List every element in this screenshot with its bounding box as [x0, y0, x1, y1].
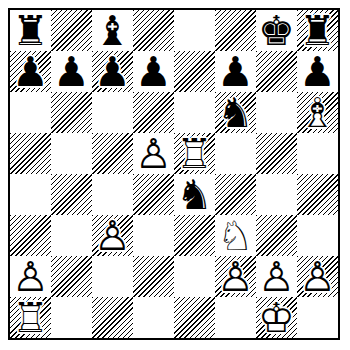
piece-fill-layer: ♝: [297, 93, 338, 134]
piece-fill-layer: ♜: [10, 298, 51, 339]
square-g4[interactable]: [256, 174, 297, 215]
square-h5[interactable]: [297, 133, 338, 174]
square-h2[interactable]: ♟♙: [297, 256, 338, 297]
piece-white-knight: ♘: [215, 216, 256, 257]
square-f1[interactable]: [215, 297, 256, 338]
square-h3[interactable]: [297, 215, 338, 256]
piece-black-pawn: ♟: [10, 52, 51, 93]
square-b8[interactable]: [51, 10, 92, 51]
piece-fill-layer: ♞: [215, 216, 256, 257]
square-d7[interactable]: ♟: [133, 51, 174, 92]
square-g6[interactable]: [256, 92, 297, 133]
square-h1[interactable]: [297, 297, 338, 338]
piece-white-pawn: ♙: [92, 216, 133, 257]
square-h4[interactable]: [297, 174, 338, 215]
square-g7[interactable]: [256, 51, 297, 92]
square-f8[interactable]: [215, 10, 256, 51]
square-b3[interactable]: [51, 215, 92, 256]
square-a6[interactable]: [10, 92, 51, 133]
square-e8[interactable]: [174, 10, 215, 51]
piece-white-pawn: ♙: [10, 257, 51, 298]
square-b4[interactable]: [51, 174, 92, 215]
square-d5[interactable]: ♟♙: [133, 133, 174, 174]
square-c8[interactable]: ♝: [92, 10, 133, 51]
chess-board: ♜♝♚♜♟♟♟♟♟♟♞♝♗♟♙♜♖♞♟♙♞♘♟♙♟♙♟♙♟♙♜♖♚♔: [8, 8, 340, 340]
piece-fill-layer: ♟: [133, 134, 174, 175]
piece-white-pawn: ♙: [297, 257, 338, 298]
square-f5[interactable]: [215, 133, 256, 174]
square-f7[interactable]: ♟: [215, 51, 256, 92]
piece-fill-layer: ♟: [297, 257, 338, 298]
square-g2[interactable]: ♟♙: [256, 256, 297, 297]
piece-white-pawn: ♙: [133, 134, 174, 175]
square-b2[interactable]: [51, 256, 92, 297]
piece-fill-layer: ♚: [256, 298, 297, 339]
square-d3[interactable]: [133, 215, 174, 256]
piece-black-knight: ♞: [174, 175, 215, 216]
square-g1[interactable]: ♚♔: [256, 297, 297, 338]
chess-diagram-page: ♜♝♚♜♟♟♟♟♟♟♞♝♗♟♙♜♖♞♟♙♞♘♟♙♟♙♟♙♟♙♜♖♚♔: [0, 0, 350, 350]
piece-fill-layer: ♟: [92, 216, 133, 257]
piece-black-pawn: ♟: [215, 52, 256, 93]
square-a4[interactable]: [10, 174, 51, 215]
square-g5[interactable]: [256, 133, 297, 174]
piece-fill-layer: ♟: [10, 257, 51, 298]
square-e6[interactable]: [174, 92, 215, 133]
square-a3[interactable]: [10, 215, 51, 256]
square-a7[interactable]: ♟: [10, 51, 51, 92]
piece-black-knight: ♞: [215, 93, 256, 134]
piece-white-rook: ♖: [174, 134, 215, 175]
square-e2[interactable]: [174, 256, 215, 297]
piece-fill-layer: ♟: [215, 257, 256, 298]
square-f2[interactable]: ♟♙: [215, 256, 256, 297]
square-d8[interactable]: [133, 10, 174, 51]
piece-black-king: ♚: [256, 11, 297, 52]
square-f3[interactable]: ♞♘: [215, 215, 256, 256]
square-c1[interactable]: [92, 297, 133, 338]
square-d2[interactable]: [133, 256, 174, 297]
square-d6[interactable]: [133, 92, 174, 133]
square-d4[interactable]: [133, 174, 174, 215]
square-e4[interactable]: ♞: [174, 174, 215, 215]
square-c6[interactable]: [92, 92, 133, 133]
piece-white-pawn: ♙: [256, 257, 297, 298]
piece-black-pawn: ♟: [297, 52, 338, 93]
square-h6[interactable]: ♝♗: [297, 92, 338, 133]
square-b6[interactable]: [51, 92, 92, 133]
square-a8[interactable]: ♜: [10, 10, 51, 51]
square-e1[interactable]: [174, 297, 215, 338]
square-e5[interactable]: ♜♖: [174, 133, 215, 174]
piece-black-bishop: ♝: [92, 11, 133, 52]
piece-black-rook: ♜: [297, 11, 338, 52]
piece-black-pawn: ♟: [92, 52, 133, 93]
square-b1[interactable]: [51, 297, 92, 338]
square-a2[interactable]: ♟♙: [10, 256, 51, 297]
square-e3[interactable]: [174, 215, 215, 256]
piece-white-king: ♔: [256, 298, 297, 339]
square-h7[interactable]: ♟: [297, 51, 338, 92]
piece-white-bishop: ♗: [297, 93, 338, 134]
piece-fill-layer: ♟: [256, 257, 297, 298]
piece-black-pawn: ♟: [133, 52, 174, 93]
piece-white-rook: ♖: [10, 298, 51, 339]
piece-fill-layer: ♜: [174, 134, 215, 175]
square-c5[interactable]: [92, 133, 133, 174]
square-f4[interactable]: [215, 174, 256, 215]
square-g8[interactable]: ♚: [256, 10, 297, 51]
square-c2[interactable]: [92, 256, 133, 297]
square-c7[interactable]: ♟: [92, 51, 133, 92]
square-b5[interactable]: [51, 133, 92, 174]
square-a1[interactable]: ♜♖: [10, 297, 51, 338]
square-e7[interactable]: [174, 51, 215, 92]
square-h8[interactable]: ♜: [297, 10, 338, 51]
piece-white-pawn: ♙: [215, 257, 256, 298]
square-d1[interactable]: [133, 297, 174, 338]
square-b7[interactable]: ♟: [51, 51, 92, 92]
piece-black-rook: ♜: [10, 11, 51, 52]
square-c4[interactable]: [92, 174, 133, 215]
piece-black-pawn: ♟: [51, 52, 92, 93]
square-a5[interactable]: [10, 133, 51, 174]
square-c3[interactable]: ♟♙: [92, 215, 133, 256]
square-f6[interactable]: ♞: [215, 92, 256, 133]
square-g3[interactable]: [256, 215, 297, 256]
